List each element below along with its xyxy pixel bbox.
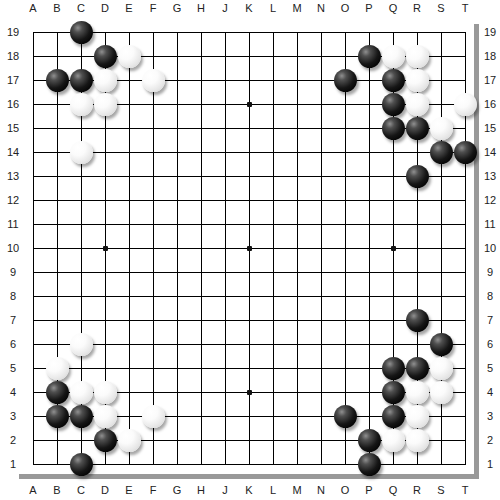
row-label-right: 16: [484, 98, 496, 110]
stone-white: [70, 141, 93, 164]
stone-black: [70, 21, 93, 44]
stone-black: [334, 405, 357, 428]
row-label-right: 1: [487, 458, 493, 470]
column-label-top: O: [341, 2, 350, 14]
column-label-bottom: A: [29, 484, 36, 496]
row-label-left: 1: [10, 458, 16, 470]
row-label-right: 3: [487, 410, 493, 422]
column-label-top: S: [437, 2, 444, 14]
stone-black: [406, 117, 429, 140]
row-label-right: 19: [484, 26, 496, 38]
stone-black: [70, 453, 93, 476]
column-label-bottom: H: [197, 484, 205, 496]
column-label-top: P: [365, 2, 372, 14]
column-label-top: F: [150, 2, 157, 14]
row-label-left: 16: [7, 98, 19, 110]
stone-white: [118, 429, 141, 452]
row-label-right: 18: [484, 50, 496, 62]
column-label-top: K: [245, 2, 252, 14]
star-point: [247, 246, 252, 251]
column-label-bottom: Q: [389, 484, 398, 496]
stone-white: [94, 69, 117, 92]
column-label-bottom: L: [270, 484, 276, 496]
stone-white: [46, 357, 69, 380]
board-shadow-bottom: [19, 474, 479, 479]
row-label-left: 2: [10, 434, 16, 446]
row-label-left: 5: [10, 362, 16, 374]
stone-black: [382, 381, 405, 404]
grid-line-horizontal: [33, 344, 466, 345]
stone-white: [406, 69, 429, 92]
row-label-right: 8: [487, 290, 493, 302]
grid-line-horizontal: [33, 296, 466, 297]
stone-white: [406, 381, 429, 404]
row-label-left: 15: [7, 122, 19, 134]
stone-black: [382, 117, 405, 140]
column-label-bottom: D: [101, 484, 109, 496]
stone-black: [70, 405, 93, 428]
star-point: [247, 390, 252, 395]
row-label-left: 19: [7, 26, 19, 38]
row-label-right: 6: [487, 338, 493, 350]
column-label-top: T: [462, 2, 469, 14]
row-label-left: 10: [7, 242, 19, 254]
column-label-bottom: F: [150, 484, 157, 496]
stone-white: [406, 93, 429, 116]
row-label-left: 12: [7, 194, 19, 206]
stone-white: [70, 93, 93, 116]
stone-white: [142, 405, 165, 428]
go-board-diagram: AABBCCDDEEFFGGHHJJKKLLMMNNOOPPQQRRSSTT19…: [0, 0, 500, 500]
row-label-right: 2: [487, 434, 493, 446]
row-label-left: 14: [7, 146, 19, 158]
column-label-bottom: O: [341, 484, 350, 496]
stone-black: [46, 381, 69, 404]
row-label-left: 7: [10, 314, 16, 326]
stone-black: [358, 453, 381, 476]
column-label-top: D: [101, 2, 109, 14]
column-label-bottom: E: [125, 484, 132, 496]
column-label-bottom: G: [173, 484, 182, 496]
stone-white: [94, 381, 117, 404]
stone-white: [406, 45, 429, 68]
row-label-left: 6: [10, 338, 16, 350]
board-shadow-right: [474, 24, 479, 479]
stone-white: [142, 69, 165, 92]
row-label-left: 11: [7, 218, 18, 230]
column-label-bottom: K: [245, 484, 252, 496]
stone-black: [358, 45, 381, 68]
stone-black: [382, 405, 405, 428]
star-point: [391, 246, 396, 251]
row-label-right: 7: [487, 314, 493, 326]
stone-black: [406, 309, 429, 332]
stone-black: [46, 405, 69, 428]
row-label-left: 4: [10, 386, 16, 398]
column-label-bottom: C: [77, 484, 85, 496]
column-label-top: G: [173, 2, 182, 14]
stone-white: [382, 429, 405, 452]
stone-black: [334, 69, 357, 92]
grid-line-vertical: [369, 32, 370, 465]
grid-line-horizontal: [33, 464, 466, 465]
row-label-left: 17: [7, 74, 19, 86]
star-point: [103, 246, 108, 251]
stone-black: [382, 69, 405, 92]
column-label-top: M: [292, 2, 301, 14]
row-label-left: 13: [7, 170, 19, 182]
stone-black: [406, 357, 429, 380]
stone-white: [382, 45, 405, 68]
stone-white: [430, 381, 453, 404]
column-label-top: H: [197, 2, 205, 14]
row-label-right: 13: [484, 170, 496, 182]
row-label-right: 14: [484, 146, 496, 158]
column-label-bottom: T: [462, 484, 469, 496]
row-label-right: 15: [484, 122, 496, 134]
stone-black: [430, 333, 453, 356]
stone-black: [406, 165, 429, 188]
column-label-top: N: [317, 2, 325, 14]
grid-line-vertical: [345, 32, 346, 465]
column-label-bottom: R: [413, 484, 421, 496]
column-label-top: J: [222, 2, 228, 14]
grid-line-horizontal: [33, 320, 466, 321]
row-label-right: 12: [484, 194, 496, 206]
star-point: [247, 102, 252, 107]
stone-white: [94, 93, 117, 116]
row-label-right: 4: [487, 386, 493, 398]
stone-black: [382, 357, 405, 380]
stone-white: [70, 381, 93, 404]
stone-white: [430, 117, 453, 140]
row-label-left: 18: [7, 50, 19, 62]
row-label-right: 9: [487, 266, 493, 278]
stone-black: [430, 141, 453, 164]
stone-black: [358, 429, 381, 452]
stone-white: [118, 45, 141, 68]
column-label-top: A: [29, 2, 36, 14]
stone-black: [46, 69, 69, 92]
column-label-top: R: [413, 2, 421, 14]
row-label-right: 17: [484, 74, 496, 86]
stone-black: [94, 429, 117, 452]
column-label-bottom: J: [222, 484, 228, 496]
column-label-bottom: P: [365, 484, 372, 496]
stone-white: [70, 333, 93, 356]
grid-line-horizontal: [33, 272, 466, 273]
stone-black: [454, 141, 477, 164]
row-label-right: 10: [484, 242, 496, 254]
stone-white: [430, 357, 453, 380]
column-label-top: B: [53, 2, 60, 14]
grid-line-vertical: [321, 32, 322, 465]
stone-white: [406, 405, 429, 428]
stone-black: [94, 45, 117, 68]
grid-line-vertical: [273, 32, 274, 465]
row-label-left: 9: [10, 266, 16, 278]
stone-black: [70, 69, 93, 92]
stone-white: [406, 429, 429, 452]
column-label-top: C: [77, 2, 85, 14]
column-label-bottom: S: [437, 484, 444, 496]
row-label-left: 8: [10, 290, 16, 302]
row-label-right: 5: [487, 362, 493, 374]
stone-black: [382, 93, 405, 116]
column-label-top: Q: [389, 2, 398, 14]
grid-line-vertical: [297, 32, 298, 465]
column-label-top: E: [125, 2, 132, 14]
stone-white: [94, 405, 117, 428]
stone-white: [454, 93, 477, 116]
column-label-top: L: [270, 2, 276, 14]
column-label-bottom: N: [317, 484, 325, 496]
row-label-left: 3: [10, 410, 16, 422]
column-label-bottom: B: [53, 484, 60, 496]
column-label-bottom: M: [292, 484, 301, 496]
row-label-right: 11: [484, 218, 495, 230]
